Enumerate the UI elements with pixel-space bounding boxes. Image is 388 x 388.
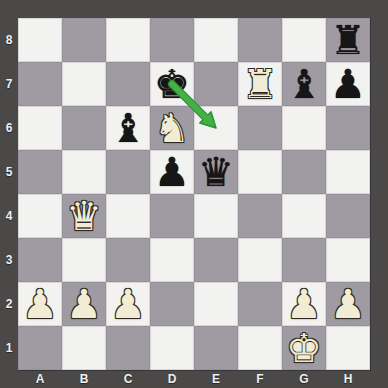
square-b3[interactable] [62, 238, 106, 282]
square-f2[interactable] [238, 282, 282, 326]
square-g5[interactable] [282, 150, 326, 194]
square-a6[interactable] [18, 106, 62, 150]
square-d6[interactable]: ♞ [150, 106, 194, 150]
square-e8[interactable] [194, 18, 238, 62]
square-g2[interactable]: ♟ [282, 282, 326, 326]
square-g1[interactable]: ♚ [282, 326, 326, 370]
piece-white-knight[interactable]: ♞ [150, 106, 194, 150]
square-g3[interactable] [282, 238, 326, 282]
square-f7[interactable]: ♜ [238, 62, 282, 106]
rank-label-6: 6 [0, 106, 18, 150]
square-d7[interactable]: ♚ [150, 62, 194, 106]
square-c4[interactable] [106, 194, 150, 238]
square-d1[interactable] [150, 326, 194, 370]
piece-white-pawn[interactable]: ♟ [326, 282, 370, 326]
square-d5[interactable]: ♟ [150, 150, 194, 194]
square-d8[interactable] [150, 18, 194, 62]
square-b8[interactable] [62, 18, 106, 62]
square-e2[interactable] [194, 282, 238, 326]
square-c6[interactable]: ♝ [106, 106, 150, 150]
board-frame: 87654321 ♜♚♜♝♟♝♞♟♛♛♟♟♟♟♟♚ ABCDEFGH [0, 0, 388, 388]
square-f8[interactable] [238, 18, 282, 62]
piece-white-rook[interactable]: ♜ [238, 62, 282, 106]
square-h5[interactable] [326, 150, 370, 194]
square-d2[interactable] [150, 282, 194, 326]
square-h4[interactable] [326, 194, 370, 238]
square-a4[interactable] [18, 194, 62, 238]
square-c2[interactable]: ♟ [106, 282, 150, 326]
file-label-h: H [326, 369, 370, 388]
rank-label-4: 4 [0, 194, 18, 238]
square-g8[interactable] [282, 18, 326, 62]
square-g6[interactable] [282, 106, 326, 150]
file-label-e: E [194, 369, 238, 388]
piece-black-rook[interactable]: ♜ [326, 18, 370, 62]
file-label-f: F [238, 369, 282, 388]
file-label-c: C [106, 369, 150, 388]
square-c7[interactable] [106, 62, 150, 106]
square-a7[interactable] [18, 62, 62, 106]
square-e4[interactable] [194, 194, 238, 238]
piece-black-bishop[interactable]: ♝ [106, 106, 150, 150]
square-h6[interactable] [326, 106, 370, 150]
square-e3[interactable] [194, 238, 238, 282]
square-e1[interactable] [194, 326, 238, 370]
square-a3[interactable] [18, 238, 62, 282]
square-a1[interactable] [18, 326, 62, 370]
rank-label-5: 5 [0, 150, 18, 194]
rank-label-8: 8 [0, 18, 18, 62]
rank-label-7: 7 [0, 62, 18, 106]
rank-label-2: 2 [0, 282, 18, 326]
square-b7[interactable] [62, 62, 106, 106]
square-f4[interactable] [238, 194, 282, 238]
square-b1[interactable] [62, 326, 106, 370]
file-label-d: D [150, 369, 194, 388]
square-g7[interactable]: ♝ [282, 62, 326, 106]
square-f3[interactable] [238, 238, 282, 282]
square-g4[interactable] [282, 194, 326, 238]
square-h1[interactable] [326, 326, 370, 370]
square-h3[interactable] [326, 238, 370, 282]
square-f5[interactable] [238, 150, 282, 194]
piece-white-queen[interactable]: ♛ [62, 194, 106, 238]
square-d4[interactable] [150, 194, 194, 238]
rank-label-3: 3 [0, 238, 18, 282]
piece-black-pawn[interactable]: ♟ [150, 150, 194, 194]
rank-labels: 87654321 [0, 18, 18, 370]
square-e7[interactable] [194, 62, 238, 106]
square-e6[interactable] [194, 106, 238, 150]
square-f6[interactable] [238, 106, 282, 150]
square-e5[interactable]: ♛ [194, 150, 238, 194]
piece-white-king[interactable]: ♚ [282, 326, 326, 370]
square-d3[interactable] [150, 238, 194, 282]
file-label-g: G [282, 369, 326, 388]
piece-white-pawn[interactable]: ♟ [106, 282, 150, 326]
square-b4[interactable]: ♛ [62, 194, 106, 238]
square-b5[interactable] [62, 150, 106, 194]
square-a8[interactable] [18, 18, 62, 62]
rank-label-1: 1 [0, 326, 18, 370]
square-c8[interactable] [106, 18, 150, 62]
square-c3[interactable] [106, 238, 150, 282]
piece-black-queen[interactable]: ♛ [194, 150, 238, 194]
file-label-b: B [62, 369, 106, 388]
square-f1[interactable] [238, 326, 282, 370]
square-c5[interactable] [106, 150, 150, 194]
square-b2[interactable]: ♟ [62, 282, 106, 326]
square-h8[interactable]: ♜ [326, 18, 370, 62]
square-a5[interactable] [18, 150, 62, 194]
square-c1[interactable] [106, 326, 150, 370]
piece-white-pawn[interactable]: ♟ [282, 282, 326, 326]
square-a2[interactable]: ♟ [18, 282, 62, 326]
square-h2[interactable]: ♟ [326, 282, 370, 326]
square-h7[interactable]: ♟ [326, 62, 370, 106]
file-labels: ABCDEFGH [18, 369, 370, 388]
piece-black-king[interactable]: ♚ [150, 62, 194, 106]
chess-board[interactable]: ♜♚♜♝♟♝♞♟♛♛♟♟♟♟♟♚ [18, 18, 371, 371]
piece-black-bishop[interactable]: ♝ [282, 62, 326, 106]
square-b6[interactable] [62, 106, 106, 150]
piece-white-pawn[interactable]: ♟ [62, 282, 106, 326]
piece-black-pawn[interactable]: ♟ [326, 62, 370, 106]
file-label-a: A [18, 369, 62, 388]
piece-white-pawn[interactable]: ♟ [18, 282, 62, 326]
